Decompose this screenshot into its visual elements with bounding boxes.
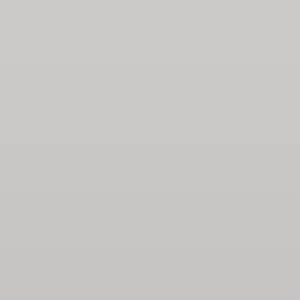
studs-layer	[0, 0, 300, 300]
photo-jewelry-display-tray	[0, 0, 300, 300]
